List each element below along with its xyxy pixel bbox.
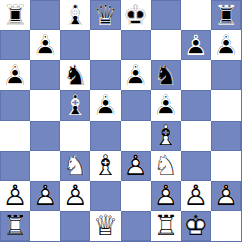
black-pawn-icon: ♟♙ — [30, 30, 60, 60]
square-f1[interactable]: ♜♖ — [151, 211, 181, 241]
black-pawn-icon: ♟♙ — [0, 60, 30, 90]
white-bishop-icon: ♝♗ — [151, 121, 181, 151]
square-g2[interactable]: ♟♙ — [181, 181, 211, 211]
square-e3[interactable]: ♟♙ — [121, 151, 151, 181]
square-h5[interactable] — [211, 90, 241, 120]
square-e1[interactable] — [121, 211, 151, 241]
square-a7[interactable] — [0, 30, 30, 60]
square-h4[interactable] — [211, 121, 241, 151]
piece-outline-layer: ♗ — [90, 151, 120, 181]
white-pawn-icon: ♟♙ — [121, 151, 151, 181]
square-f2[interactable]: ♟♙ — [151, 181, 181, 211]
black-pawn-icon: ♟♙ — [90, 90, 120, 120]
square-b3[interactable] — [30, 151, 60, 181]
square-f3[interactable]: ♞♘ — [151, 151, 181, 181]
piece-outline-layer: ♙ — [211, 181, 241, 211]
white-pawn-icon: ♟♙ — [0, 181, 30, 211]
piece-outline-layer: ♙ — [30, 30, 60, 60]
square-b4[interactable] — [30, 121, 60, 151]
piece-outline-layer: ♗ — [60, 0, 90, 30]
piece-outline-layer: ♖ — [211, 0, 241, 30]
square-e6[interactable]: ♟♙ — [121, 60, 151, 90]
piece-outline-layer: ♙ — [60, 181, 90, 211]
square-d4[interactable] — [90, 121, 120, 151]
square-a1[interactable]: ♜♖ — [0, 211, 30, 241]
piece-outline-layer: ♔ — [121, 0, 151, 30]
piece-outline-layer: ♖ — [0, 0, 30, 30]
piece-outline-layer: ♙ — [0, 60, 30, 90]
white-queen-icon: ♛♕ — [90, 211, 120, 241]
white-king-icon: ♚♔ — [181, 211, 211, 241]
square-f6[interactable]: ♞♘ — [151, 60, 181, 90]
square-d5[interactable]: ♟♙ — [90, 90, 120, 120]
white-rook-icon: ♜♖ — [0, 211, 30, 241]
square-d1[interactable]: ♛♕ — [90, 211, 120, 241]
white-pawn-icon: ♟♙ — [181, 181, 211, 211]
piece-outline-layer: ♖ — [0, 211, 30, 241]
square-h7[interactable]: ♟♙ — [211, 30, 241, 60]
piece-outline-layer: ♘ — [151, 60, 181, 90]
square-f4[interactable]: ♝♗ — [151, 121, 181, 151]
square-a4[interactable] — [0, 121, 30, 151]
black-pawn-icon: ♟♙ — [181, 30, 211, 60]
square-g5[interactable] — [181, 90, 211, 120]
square-a5[interactable] — [0, 90, 30, 120]
square-g4[interactable] — [181, 121, 211, 151]
piece-outline-layer: ♙ — [211, 30, 241, 60]
black-knight-icon: ♞♘ — [60, 60, 90, 90]
chess-board: ♜♖♝♗♛♕♚♔♜♖♟♙♟♙♟♙♟♙♞♘♟♙♞♘♝♗♟♙♟♙♝♗♞♘♝♗♟♙♞♘… — [0, 0, 242, 242]
piece-outline-layer: ♙ — [90, 90, 120, 120]
piece-outline-layer: ♙ — [151, 181, 181, 211]
square-c7[interactable] — [60, 30, 90, 60]
black-rook-icon: ♜♖ — [0, 0, 30, 30]
white-pawn-icon: ♟♙ — [30, 181, 60, 211]
square-c2[interactable]: ♟♙ — [60, 181, 90, 211]
piece-outline-layer: ♗ — [60, 90, 90, 120]
square-c4[interactable] — [60, 121, 90, 151]
white-pawn-icon: ♟♙ — [60, 181, 90, 211]
square-c6[interactable]: ♞♘ — [60, 60, 90, 90]
piece-outline-layer: ♗ — [151, 121, 181, 151]
square-f8[interactable] — [151, 0, 181, 30]
black-pawn-icon: ♟♙ — [121, 60, 151, 90]
square-g3[interactable] — [181, 151, 211, 181]
piece-outline-layer: ♙ — [121, 151, 151, 181]
white-knight-icon: ♞♘ — [151, 151, 181, 181]
square-g1[interactable]: ♚♔ — [181, 211, 211, 241]
square-h6[interactable] — [211, 60, 241, 90]
piece-outline-layer: ♙ — [121, 60, 151, 90]
square-b2[interactable]: ♟♙ — [30, 181, 60, 211]
square-e5[interactable] — [121, 90, 151, 120]
square-b7[interactable]: ♟♙ — [30, 30, 60, 60]
piece-outline-layer: ♕ — [90, 211, 120, 241]
square-g7[interactable]: ♟♙ — [181, 30, 211, 60]
piece-outline-layer: ♙ — [151, 90, 181, 120]
square-a3[interactable] — [0, 151, 30, 181]
piece-outline-layer: ♙ — [181, 181, 211, 211]
white-pawn-icon: ♟♙ — [211, 181, 241, 211]
square-d8[interactable]: ♛♕ — [90, 0, 120, 30]
square-c1[interactable] — [60, 211, 90, 241]
piece-outline-layer: ♙ — [30, 181, 60, 211]
piece-outline-layer: ♔ — [181, 211, 211, 241]
black-queen-icon: ♛♕ — [90, 0, 120, 30]
black-rook-icon: ♜♖ — [211, 0, 241, 30]
white-rook-icon: ♜♖ — [151, 211, 181, 241]
black-bishop-icon: ♝♗ — [60, 0, 90, 30]
black-pawn-icon: ♟♙ — [151, 90, 181, 120]
square-f5[interactable]: ♟♙ — [151, 90, 181, 120]
piece-outline-layer: ♙ — [0, 181, 30, 211]
piece-outline-layer: ♕ — [90, 0, 120, 30]
piece-outline-layer: ♘ — [60, 151, 90, 181]
square-e8[interactable]: ♚♔ — [121, 0, 151, 30]
square-b1[interactable] — [30, 211, 60, 241]
square-h1[interactable] — [211, 211, 241, 241]
square-a2[interactable]: ♟♙ — [0, 181, 30, 211]
square-d7[interactable] — [90, 30, 120, 60]
square-g6[interactable] — [181, 60, 211, 90]
piece-outline-layer: ♘ — [151, 151, 181, 181]
white-bishop-icon: ♝♗ — [90, 151, 120, 181]
square-c3[interactable]: ♞♘ — [60, 151, 90, 181]
white-knight-icon: ♞♘ — [60, 151, 90, 181]
square-d3[interactable]: ♝♗ — [90, 151, 120, 181]
square-b6[interactable] — [30, 60, 60, 90]
piece-outline-layer: ♖ — [151, 211, 181, 241]
piece-outline-layer: ♙ — [181, 30, 211, 60]
square-b5[interactable] — [30, 90, 60, 120]
square-f7[interactable] — [151, 30, 181, 60]
square-g8[interactable] — [181, 0, 211, 30]
square-e7[interactable] — [121, 30, 151, 60]
piece-outline-layer: ♘ — [60, 60, 90, 90]
square-b8[interactable] — [30, 0, 60, 30]
square-d6[interactable] — [90, 60, 120, 90]
square-h2[interactable]: ♟♙ — [211, 181, 241, 211]
square-h8[interactable]: ♜♖ — [211, 0, 241, 30]
square-c8[interactable]: ♝♗ — [60, 0, 90, 30]
square-c5[interactable]: ♝♗ — [60, 90, 90, 120]
black-knight-icon: ♞♘ — [151, 60, 181, 90]
square-e2[interactable] — [121, 181, 151, 211]
square-a8[interactable]: ♜♖ — [0, 0, 30, 30]
black-bishop-icon: ♝♗ — [60, 90, 90, 120]
square-h3[interactable] — [211, 151, 241, 181]
square-a6[interactable]: ♟♙ — [0, 60, 30, 90]
black-pawn-icon: ♟♙ — [211, 30, 241, 60]
square-d2[interactable] — [90, 181, 120, 211]
black-king-icon: ♚♔ — [121, 0, 151, 30]
square-e4[interactable] — [121, 121, 151, 151]
white-pawn-icon: ♟♙ — [151, 181, 181, 211]
